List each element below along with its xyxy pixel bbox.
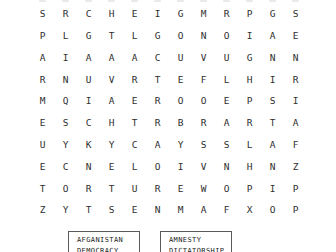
grid-cell-r2c11: A — [261, 25, 284, 47]
clipped-letter-remnant — [154, 0, 161, 2]
grid-cell-r4c7: E — [169, 68, 192, 90]
grid-cell-r5c3: I — [77, 90, 100, 112]
grid-cell-r8c5: L — [123, 156, 146, 178]
clipped-letter-remnant — [177, 0, 184, 2]
grid-cell-r4c11: I — [261, 68, 284, 90]
grid-cell-r7c10: L — [238, 134, 261, 156]
grid-cell-r5c5: E — [123, 90, 146, 112]
grid-cell-r6c10: R — [238, 112, 261, 134]
clipped-letter-remnant — [292, 0, 299, 2]
grid-cell-r7c4: Y — [100, 134, 123, 156]
grid-cell-r1c5: E — [123, 3, 146, 25]
grid-cell-r8c1: E — [31, 156, 54, 178]
grid-cell-r10c2: Y — [54, 199, 77, 221]
grid-cell-r5c1: M — [31, 90, 54, 112]
grid-cell-r2c10: I — [238, 25, 261, 47]
grid-cell-r6c6: R — [146, 112, 169, 134]
grid-cell-r2c8: N — [192, 25, 215, 47]
grid-cell-r8c12: Z — [284, 156, 307, 178]
clipped-letter-remnant — [200, 0, 207, 2]
grid-cell-r3c5: A — [123, 47, 146, 69]
grid-cell-r3c3: A — [77, 47, 100, 69]
grid-cell-r9c5: U — [123, 177, 146, 199]
grid-cell-r4c4: V — [100, 68, 123, 90]
grid-cell-r3c1: A — [31, 47, 54, 69]
clipped-letter-remnant — [85, 0, 92, 2]
grid-cell-r4c8: F — [192, 68, 215, 90]
grid-cell-r8c7: I — [169, 156, 192, 178]
grid-cell-r4c10: H — [238, 68, 261, 90]
grid-cell-r4c3: U — [77, 68, 100, 90]
grid-cell-r9c8: W — [192, 177, 215, 199]
grid-cell-r10c6: N — [146, 199, 169, 221]
grid-cell-r2c1: P — [31, 25, 54, 47]
grid-cell-r1c3: C — [77, 3, 100, 25]
grid-cell-r7c7: Y — [169, 134, 192, 156]
grid-cell-r2c6: G — [146, 25, 169, 47]
clipped-letter-remnant — [39, 0, 46, 2]
grid-cell-r9c10: P — [238, 177, 261, 199]
grid-cell-r7c5: C — [123, 134, 146, 156]
grid-cell-r4c2: N — [54, 68, 77, 90]
grid-cell-r3c12: N — [284, 47, 307, 69]
grid-cell-r6c2: S — [54, 112, 77, 134]
grid-cell-r3c9: U — [215, 47, 238, 69]
grid-cell-r1c2: R — [54, 3, 77, 25]
clipped-letter-remnant — [269, 0, 276, 2]
grid-cell-r4c5: R — [123, 68, 146, 90]
grid-cell-r5c11: S — [261, 90, 284, 112]
grid-cell-r10c1: Z — [31, 199, 54, 221]
grid-cell-r5c12: I — [284, 90, 307, 112]
grid-cell-r6c11: T — [261, 112, 284, 134]
grid-cell-r2c2: L — [54, 25, 77, 47]
grid-cell-r4c1: R — [31, 68, 54, 90]
grid-cell-r3c6: C — [146, 47, 169, 69]
grid-cell-r1c8: M — [192, 3, 215, 25]
grid-cell-r6c5: T — [123, 112, 146, 134]
grid-cell-r6c1: E — [31, 112, 54, 134]
grid-cell-r7c2: Y — [54, 134, 77, 156]
grid-cell-r2c4: T — [100, 25, 123, 47]
grid-cell-r10c4: S — [100, 199, 123, 221]
grid-cell-r8c3: N — [77, 156, 100, 178]
grid-cell-r10c3: T — [77, 199, 100, 221]
grid-cell-r1c7: G — [169, 3, 192, 25]
grid-cell-r1c4: H — [100, 3, 123, 25]
word-list-entry: AMNESTY — [169, 235, 231, 246]
grid-cell-r9c4: T — [100, 177, 123, 199]
grid-cell-r10c9: F — [215, 199, 238, 221]
grid-cell-r8c8: V — [192, 156, 215, 178]
grid-cell-r7c9: S — [215, 134, 238, 156]
word-search-worksheet: SRCHEIGMRPGSPLGTLGONOIAEAIAAACUVUGNNRNUV… — [0, 0, 336, 252]
clipped-letter-remnant — [223, 0, 230, 2]
grid-cell-r1c12: S — [284, 3, 307, 25]
grid-cell-r6c7: B — [169, 112, 192, 134]
grid-cell-r7c3: K — [77, 134, 100, 156]
clipped-letter-remnant — [246, 0, 253, 2]
clipped-letter-remnant — [131, 0, 138, 2]
grid-cell-r1c1: S — [31, 3, 54, 25]
grid-cell-r6c4: H — [100, 112, 123, 134]
grid-cell-r10c8: A — [192, 199, 215, 221]
grid-cell-r9c2: O — [54, 177, 77, 199]
grid-cell-r3c2: I — [54, 47, 77, 69]
grid-cell-r9c6: R — [146, 177, 169, 199]
grid-cell-r10c10: X — [238, 199, 261, 221]
grid-cell-r3c10: G — [238, 47, 261, 69]
grid-cell-r5c6: R — [146, 90, 169, 112]
grid-cell-r9c11: I — [261, 177, 284, 199]
grid-cell-r5c10: P — [238, 90, 261, 112]
grid-cell-r1c11: G — [261, 3, 284, 25]
grid-cell-r9c3: R — [77, 177, 100, 199]
grid-cell-r5c7: O — [169, 90, 192, 112]
word-list-box-2: AMNESTY DICTATORSHIP — [160, 231, 232, 252]
grid-cell-r8c11: N — [261, 156, 284, 178]
grid-cell-r10c5: E — [123, 199, 146, 221]
grid-cell-r7c11: A — [261, 134, 284, 156]
grid-cell-r9c7: E — [169, 177, 192, 199]
grid-cell-r10c7: M — [169, 199, 192, 221]
grid-cell-r8c10: H — [238, 156, 261, 178]
word-list-box-1: AFGANISTAN DEMOCRACY — [68, 231, 140, 252]
grid-cell-r6c9: A — [215, 112, 238, 134]
word-list-entry: DEMOCRACY — [77, 246, 139, 252]
word-search-grid: SRCHEIGMRPGSPLGTLGONOIAEAIAAACUVUGNNRNUV… — [31, 3, 307, 221]
grid-cell-r3c8: V — [192, 47, 215, 69]
grid-cell-r9c1: T — [31, 177, 54, 199]
grid-cell-r4c12: R — [284, 68, 307, 90]
grid-cell-r10c12: P — [284, 199, 307, 221]
grid-cell-r1c6: I — [146, 3, 169, 25]
grid-cell-r7c12: F — [284, 134, 307, 156]
grid-cell-r7c6: A — [146, 134, 169, 156]
grid-cell-r10c11: O — [261, 199, 284, 221]
grid-cell-r3c7: U — [169, 47, 192, 69]
grid-cell-r2c7: O — [169, 25, 192, 47]
grid-cell-r6c12: A — [284, 112, 307, 134]
grid-cell-r3c11: N — [261, 47, 284, 69]
grid-cell-r2c12: E — [284, 25, 307, 47]
clipped-letter-remnant — [62, 0, 69, 2]
grid-cell-r7c1: U — [31, 134, 54, 156]
grid-cell-r7c8: S — [192, 134, 215, 156]
grid-cell-r2c3: G — [77, 25, 100, 47]
grid-cell-r5c2: Q — [54, 90, 77, 112]
grid-cell-r6c8: R — [192, 112, 215, 134]
word-list-entry: AFGANISTAN — [77, 235, 139, 246]
grid-cell-r2c9: O — [215, 25, 238, 47]
grid-cell-r5c8: O — [192, 90, 215, 112]
grid-cell-r9c9: O — [215, 177, 238, 199]
grid-cell-r6c3: C — [77, 112, 100, 134]
grid-cell-r4c6: T — [146, 68, 169, 90]
grid-cell-r1c10: P — [238, 3, 261, 25]
grid-cell-r8c6: O — [146, 156, 169, 178]
grid-cell-r5c4: A — [100, 90, 123, 112]
grid-cell-r8c2: C — [54, 156, 77, 178]
grid-cell-r8c9: N — [215, 156, 238, 178]
grid-cell-r1c9: R — [215, 3, 238, 25]
grid-cell-r5c9: E — [215, 90, 238, 112]
grid-cell-r2c5: L — [123, 25, 146, 47]
word-list-entry: DICTATORSHIP — [169, 246, 231, 252]
grid-cell-r3c4: A — [100, 47, 123, 69]
grid-cell-r9c12: P — [284, 177, 307, 199]
grid-cell-r4c9: L — [215, 68, 238, 90]
grid-cell-r8c4: E — [100, 156, 123, 178]
clipped-letter-remnant — [108, 0, 115, 2]
